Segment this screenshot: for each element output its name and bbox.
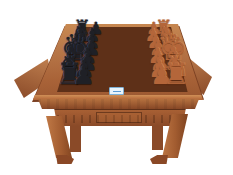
lot-sticker bbox=[109, 87, 124, 95]
apron-carved-panel bbox=[96, 112, 142, 123]
hoof-foot-front-right bbox=[150, 155, 168, 164]
table-fascia bbox=[38, 99, 199, 109]
chess-table-photo: ♜♞♝♛♚♝♞♜♟♟♟♟♟♟♟♟♟♟♟♟♟♟♟♟♜♞♝♛♚♝♞♜ bbox=[0, 0, 233, 175]
